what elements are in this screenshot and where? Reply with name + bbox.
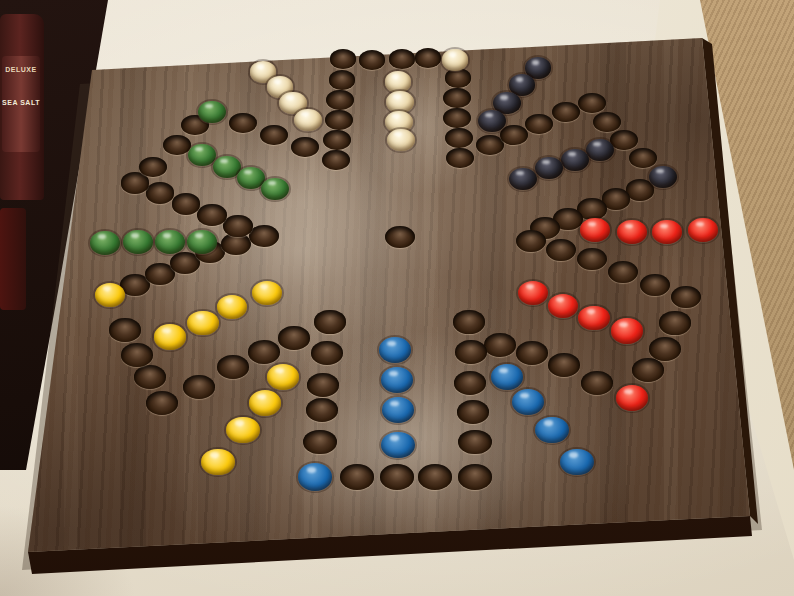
marble-white-white-home-4[interactable] — [387, 129, 415, 151]
hole-nw-link-1[interactable] — [229, 113, 257, 133]
marble-blue-blue-base-2[interactable] — [512, 389, 545, 415]
hole-south-arm-9[interactable] — [340, 464, 374, 489]
hole-south-arm-7[interactable] — [418, 464, 452, 489]
marble-blue-blue-base-4[interactable] — [560, 449, 594, 476]
marble-green-green-start-1[interactable] — [198, 101, 225, 123]
marble-blue-blue-home-4[interactable] — [381, 432, 414, 459]
hole-ne-link-2[interactable] — [500, 125, 528, 146]
hole-north-arm-8[interactable] — [323, 130, 351, 151]
hole-south-arm-5[interactable] — [458, 430, 491, 455]
hole-south-arm-13[interactable] — [311, 341, 343, 364]
hole-north-arm-11[interactable] — [443, 88, 470, 108]
marble-white-white-start-1[interactable] — [442, 49, 468, 70]
hole-south-arm-10[interactable] — [303, 430, 336, 455]
hole-south-arm-6[interactable] — [458, 464, 492, 489]
hole-north-arm-13[interactable] — [445, 128, 473, 149]
marble-blue-blue-start-1[interactable] — [298, 463, 332, 490]
hole-west-link-8[interactable] — [172, 193, 201, 214]
hole-east-link-7[interactable] — [577, 248, 607, 270]
marble-green-green-base-4[interactable] — [187, 230, 217, 254]
marble-black-black-base-4[interactable] — [478, 110, 505, 132]
hole-north-arm-4[interactable] — [415, 48, 441, 68]
hole-ese-tip-3[interactable] — [649, 337, 681, 360]
marble-blue-blue-base-1[interactable] — [491, 364, 523, 390]
hole-ne-link-4[interactable] — [552, 102, 579, 122]
hole-south-arm-3[interactable] — [454, 371, 486, 395]
hole-se-link-4[interactable] — [484, 333, 516, 356]
hole-center-1[interactable] — [385, 226, 415, 248]
marble-blue-blue-home-2[interactable] — [381, 367, 413, 393]
jar-label: DELUXE SEA SALT — [2, 56, 40, 152]
marble-red-red-base-1[interactable] — [580, 218, 609, 242]
hole-wsw-tip-3[interactable] — [121, 343, 153, 366]
hole-south-arm-11[interactable] — [306, 398, 339, 422]
hole-west-link-7[interactable] — [197, 204, 226, 226]
salt-jar: DELUXE SEA SALT — [0, 14, 44, 200]
hole-south-arm-12[interactable] — [307, 373, 339, 397]
hole-west-link-6[interactable] — [223, 215, 252, 237]
hole-north-arm-7[interactable] — [325, 110, 352, 130]
marble-yellow-yellow-base-4[interactable] — [154, 324, 185, 349]
marble-yellow-yellow-home-3[interactable] — [226, 417, 259, 443]
hole-sw-link-3[interactable] — [217, 355, 249, 379]
hole-east-link-6[interactable] — [546, 239, 576, 261]
hole-south-arm-8[interactable] — [380, 464, 414, 489]
hole-north-arm-3[interactable] — [389, 49, 415, 69]
hole-north-arm-5[interactable] — [329, 70, 356, 90]
hole-wsw-tip-2[interactable] — [134, 365, 166, 389]
hole-ene-tip-2[interactable] — [593, 112, 621, 132]
hole-se-link-3[interactable] — [516, 341, 548, 364]
dark-red-jar — [0, 208, 26, 310]
hole-south-arm-2[interactable] — [455, 340, 487, 363]
hole-west-vertex-1[interactable] — [249, 225, 279, 247]
marble-blue-blue-home-1[interactable] — [379, 337, 411, 362]
hole-ene-tip-1[interactable] — [578, 93, 605, 113]
marble-blue-blue-home-3[interactable] — [382, 397, 415, 423]
hole-se-link-2[interactable] — [548, 353, 580, 377]
hole-nw-link-2[interactable] — [260, 125, 288, 146]
jar-label-line2: SEA SALT — [2, 99, 40, 106]
marble-green-green-base-3[interactable] — [155, 230, 185, 254]
marble-yellow-yellow-home-2[interactable] — [249, 390, 282, 416]
marble-white-white-home-2[interactable] — [386, 91, 413, 113]
hole-east-link-8[interactable] — [608, 261, 638, 283]
hole-north-arm-2[interactable] — [359, 50, 385, 70]
hole-south-arm-14[interactable] — [314, 310, 345, 333]
marble-red-red-home-4[interactable] — [611, 318, 642, 343]
hole-sw-link-2[interactable] — [248, 340, 280, 363]
marble-black-black-home-1[interactable] — [586, 139, 614, 161]
marble-red-red-base-4[interactable] — [688, 218, 717, 242]
hole-west-link-9[interactable] — [146, 182, 175, 203]
marble-yellow-yellow-home-1[interactable] — [267, 364, 299, 390]
marble-green-green-base-2[interactable] — [123, 230, 153, 254]
jar-label-line1: DELUXE — [5, 66, 36, 73]
hole-ese-tip-2[interactable] — [659, 311, 690, 334]
hole-north-arm-10[interactable] — [445, 68, 472, 88]
hole-south-arm-1[interactable] — [453, 310, 484, 333]
hole-north-arm-12[interactable] — [443, 108, 470, 128]
marble-black-black-home-2[interactable] — [561, 149, 589, 172]
hole-wsw-tip-4[interactable] — [109, 318, 140, 341]
hole-ese-tip-4[interactable] — [632, 358, 664, 382]
marble-yellow-yellow-base-3[interactable] — [187, 311, 218, 336]
hole-wnw-tip-3[interactable] — [163, 135, 191, 156]
marble-red-red-base-2[interactable] — [617, 220, 646, 244]
marble-green-green-base-1[interactable] — [90, 231, 120, 255]
hole-north-arm-6[interactable] — [326, 90, 353, 110]
hole-sw-link-1[interactable] — [278, 326, 309, 349]
hole-nw-link-3[interactable] — [291, 137, 319, 158]
marble-white-white-home-1[interactable] — [385, 71, 412, 92]
hole-north-arm-1[interactable] — [330, 49, 356, 69]
marble-red-red-start-1[interactable] — [616, 385, 648, 411]
hole-ene-tip-3[interactable] — [610, 130, 638, 151]
hole-se-link-1[interactable] — [581, 371, 613, 395]
marble-red-red-home-3[interactable] — [578, 306, 609, 331]
marble-white-white-base-4[interactable] — [294, 109, 321, 131]
photo-of-aggravation-board: { "game": "Aggravation (Wahoo) — 6-playe… — [0, 0, 794, 596]
hole-ne-link-3[interactable] — [525, 114, 553, 134]
marble-green-green-home-1[interactable] — [188, 144, 216, 166]
hole-sw-link-4[interactable] — [183, 375, 215, 399]
hole-wsw-tip-1[interactable] — [146, 391, 179, 415]
marble-yellow-yellow-home-4[interactable] — [201, 449, 235, 476]
marble-red-red-base-3[interactable] — [652, 220, 681, 244]
hole-east-vertex-1[interactable] — [516, 230, 546, 252]
marble-blue-blue-base-3[interactable] — [535, 417, 568, 443]
